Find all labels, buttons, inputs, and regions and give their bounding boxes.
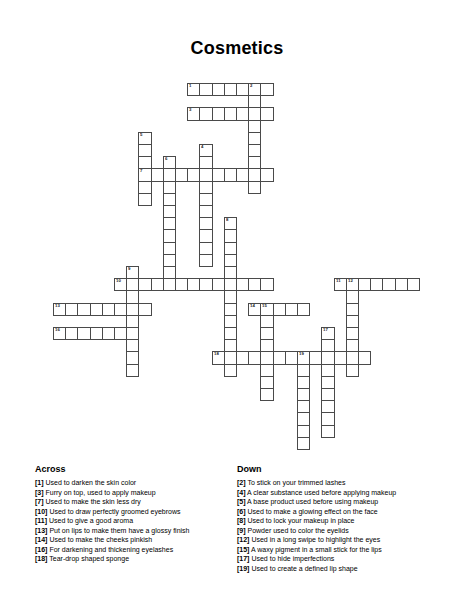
grid-cell-r22c24[interactable] [346,351,359,364]
grid-cell-r8c7[interactable] [138,181,151,194]
clue-across-11: [11] Used to give a good aroma [35,516,240,526]
clue-number: [14] [35,536,47,543]
clue-number: [10] [35,508,47,515]
grid-cell-r0c14[interactable] [224,83,237,96]
cell-number-10: 10 [116,279,121,283]
grid-cell-r7c8[interactable] [151,168,164,181]
grid-cell-r21c14[interactable] [224,339,237,352]
grid-cell-r18c1[interactable] [65,303,78,316]
grid-cell-r20c1[interactable] [65,327,78,340]
grid-cell-r19c14[interactable] [224,315,237,328]
grid-cell-r2c12[interactable] [199,107,212,120]
grid-cell-r18c18[interactable] [273,303,286,316]
grid-cell-r17c14[interactable] [224,290,237,303]
clue-number: [19] [237,565,249,572]
grid-cell-r0c13[interactable] [212,83,225,96]
cell-number-3: 3 [189,108,191,112]
clue-number: [16] [35,546,47,553]
clue-number: [17] [237,555,249,562]
across-clues-list: [1] Used to darken the skin color[3] Fur… [35,478,240,564]
grid-cell-r21c6[interactable] [126,339,139,352]
clue-down-5: [5] A base product used before using mak… [237,497,442,507]
grid-cell-r12c9[interactable] [163,229,176,242]
grid-cell-r18c24[interactable] [346,303,359,316]
clue-number: [11] [35,517,47,524]
grid-cell-r16c14[interactable] [224,278,237,291]
grid-cell-r18c20[interactable] [297,303,310,316]
grid-cell-r24c20[interactable] [297,376,310,389]
grid-cell-r6c9[interactable]: 6 [163,156,176,169]
clue-number: [8] [237,517,246,524]
grid-cell-r19c17[interactable] [260,315,273,328]
grid-cell-r7c14[interactable] [224,168,237,181]
grid-cell-r18c19[interactable] [285,303,298,316]
cell-number-13: 13 [55,304,60,308]
cell-number-6: 6 [165,157,167,161]
cell-number-19: 19 [299,352,304,356]
cell-number-8: 8 [226,218,228,222]
grid-cell-r22c22[interactable] [321,351,334,364]
grid-cell-r9c12[interactable] [199,193,212,206]
grid-cell-r16c26[interactable] [370,278,383,291]
grid-cell-r22c19[interactable] [285,351,298,364]
grid-cell-r28c22[interactable] [321,425,334,438]
cell-number-4: 4 [201,145,203,149]
grid-cell-r18c14[interactable] [224,303,237,316]
grid-cell-r0c12[interactable] [199,83,212,96]
grid-cell-r0c11[interactable]: 1 [187,83,200,96]
clue-across-16: [16] For darkening and thickening eyelas… [35,545,240,555]
grid-cell-r16c8[interactable] [151,278,164,291]
grid-cell-r22c14[interactable] [224,351,237,364]
grid-cell-r0c17[interactable] [260,83,273,96]
grid-cell-r16c27[interactable] [382,278,395,291]
grid-cell-r11c12[interactable] [199,217,212,230]
cell-number-14: 14 [250,304,255,308]
clue-number: [4] [237,489,246,496]
grid-cell-r7c9[interactable] [163,168,176,181]
grid-cell-r18c4[interactable] [102,303,115,316]
grid-cell-r6c7[interactable] [138,156,151,169]
grid-cell-r22c17[interactable] [260,351,273,364]
grid-cell-r13c9[interactable] [163,242,176,255]
grid-cell-r23c22[interactable] [321,364,334,377]
clue-number: [12] [237,536,249,543]
grid-cell-r7c11[interactable] [187,168,200,181]
grid-cell-r6c12[interactable] [199,156,212,169]
puzzle-title: Cosmetics [0,38,474,59]
grid-cell-r16c9[interactable] [163,278,176,291]
grid-cell-r3c16[interactable] [248,120,261,133]
grid-cell-r13c12[interactable] [199,242,212,255]
grid-cell-r2c16[interactable] [248,107,261,120]
grid-cell-r7c17[interactable] [260,168,273,181]
down-clues-header: Down [237,464,442,474]
grid-cell-r2c13[interactable] [212,107,225,120]
grid-cell-r23c6[interactable] [126,364,139,377]
grid-cell-r8c9[interactable] [163,181,176,194]
grid-cell-r22c18[interactable] [273,351,286,364]
grid-cell-r12c12[interactable] [199,229,212,242]
grid-cell-r18c17[interactable]: 15 [260,303,273,316]
grid-cell-r18c6[interactable] [126,303,139,316]
clue-across-1: [1] Used to darken the skin color [35,478,240,488]
cell-number-7: 7 [140,169,142,173]
grid-cell-r17c24[interactable] [346,290,359,303]
grid-cell-r18c7[interactable] [138,303,151,316]
grid-cell-r18c16[interactable]: 14 [248,303,261,316]
grid-cell-r17c6[interactable] [126,290,139,303]
grid-cell-r23c17[interactable] [260,364,273,377]
grid-cell-r8c12[interactable] [199,181,212,194]
grid-cell-r14c9[interactable] [163,254,176,267]
clue-down-9: [9] Powder used to color the eyelids [237,526,442,536]
clue-down-6: [6] Used to make a glowing effect on the… [237,507,442,517]
clue-number: [6] [237,508,246,515]
grid-cell-r22c25[interactable] [358,351,371,364]
cell-number-18: 18 [214,352,219,356]
grid-cell-r2c11[interactable]: 3 [187,107,200,120]
clue-down-4: [4] A clear substance used before applyi… [237,488,442,498]
grid-cell-r21c24[interactable] [346,339,359,352]
grid-cell-r19c24[interactable] [346,315,359,328]
grid-cell-r22c6[interactable] [126,351,139,364]
cell-number-12: 12 [348,279,353,283]
grid-cell-r11c9[interactable] [163,217,176,230]
grid-cell-r22c23[interactable] [334,351,347,364]
grid-cell-r25c17[interactable] [260,388,273,401]
grid-cell-r16c28[interactable] [395,278,408,291]
across-clues-header: Across [35,464,240,474]
down-clues-section: Down [2] To stick on your trimmed lashes… [237,464,442,573]
clue-down-19: [19] Used to create a defined lip shape [237,564,442,574]
clue-across-13: [13] Put on lips to make them have a glo… [35,526,240,536]
grid-cell-r21c17[interactable] [260,339,273,352]
cell-number-5: 5 [140,133,142,137]
across-clues-section: Across [1] Used to darken the skin color… [35,464,240,564]
grid-cell-r16c11[interactable] [187,278,200,291]
clue-down-15: [15] A waxy pigment in a small stick for… [237,545,442,555]
cell-number-11: 11 [336,279,341,283]
grid-cell-r9c9[interactable] [163,193,176,206]
grid-cell-r18c2[interactable] [77,303,90,316]
cell-number-1: 1 [189,84,191,88]
clue-number: [3] [35,489,44,496]
crossword-page: { "game": "crossword", "title": "Cosmeti… [0,0,474,613]
grid-cell-r16c24[interactable]: 12 [346,278,359,291]
grid-cell-r7c16[interactable] [248,168,261,181]
clue-across-7: [7] Used to make the skin less dry [35,497,240,507]
grid-cell-r27c20[interactable] [297,412,310,425]
grid-cell-r18c3[interactable] [90,303,103,316]
grid-cell-r22c21[interactable] [309,351,322,364]
cell-number-16: 16 [55,328,60,332]
grid-cell-r27c22[interactable] [321,412,334,425]
grid-cell-r7c7[interactable]: 7 [138,168,151,181]
clue-number: [5] [237,498,246,505]
clue-number: [2] [237,479,246,486]
clue-down-17: [17] Used to hide imperfections [237,554,442,564]
grid-cell-r14c12[interactable] [199,254,212,267]
grid-cell-r16c12[interactable] [199,278,212,291]
grid-cell-r16c17[interactable] [260,278,273,291]
grid-cell-r29c20[interactable] [297,437,310,450]
grid-cell-r2c17[interactable] [260,107,273,120]
down-clues-list: [2] To stick on your trimmed lashes[4] A… [237,478,442,573]
cell-number-15: 15 [262,304,267,308]
grid-cell-r24c22[interactable] [321,376,334,389]
cell-number-2: 2 [250,84,252,88]
grid-cell-r28c20[interactable] [297,425,310,438]
grid-cell-r23c14[interactable] [224,364,237,377]
grid-cell-r14c14[interactable] [224,254,237,267]
grid-cell-r8c16[interactable] [248,181,261,194]
grid-cell-r20c2[interactable] [77,327,90,340]
grid-cell-r9c7[interactable] [138,193,151,206]
cell-number-17: 17 [323,328,328,332]
clue-number: [1] [35,479,44,486]
grid-cell-r2c14[interactable] [224,107,237,120]
clue-down-2: [2] To stick on your trimmed lashes [237,478,442,488]
grid-cell-r4c7[interactable]: 5 [138,132,151,145]
grid-cell-r20c3[interactable] [90,327,103,340]
crossword-grid: 12354678910111213141516171819 [53,83,421,451]
grid-cell-r16c23[interactable]: 11 [334,278,347,291]
clue-down-12: [12] Used in a long swipe to highlight t… [237,535,442,545]
grid-cell-r21c22[interactable] [321,339,334,352]
grid-cell-r16c16[interactable] [248,278,261,291]
clue-across-10: [10] Used to draw perfectly groomed eyeb… [35,507,240,517]
grid-cell-r16c13[interactable] [212,278,225,291]
grid-cell-r16c7[interactable] [138,278,151,291]
grid-cell-r13c14[interactable] [224,242,237,255]
clue-number: [7] [35,498,44,505]
clue-number: [18] [35,555,47,562]
grid-cell-r24c17[interactable] [260,376,273,389]
grid-cell-r23c24[interactable] [346,364,359,377]
cell-number-9: 9 [128,267,130,271]
clue-across-14: [14] Used to make the cheeks pinkish [35,535,240,545]
grid-cell-r23c20[interactable] [297,364,310,377]
grid-cell-r11c14[interactable]: 8 [224,217,237,230]
grid-cell-r12c14[interactable] [224,229,237,242]
grid-cell-r22c13[interactable]: 18 [212,351,225,364]
grid-cell-r26c20[interactable] [297,400,310,413]
clue-across-18: [18] Tear-drop shaped sponge [35,554,240,564]
clue-down-8: [8] Used to lock your makeup in place [237,516,442,526]
clue-number: [13] [35,527,47,534]
grid-cell-r7c13[interactable] [212,168,225,181]
grid-cell-r19c6[interactable] [126,315,139,328]
grid-cell-r1c16[interactable] [248,95,261,108]
grid-cell-r16c29[interactable] [407,278,420,291]
grid-cell-r4c16[interactable] [248,132,261,145]
grid-cell-r7c12[interactable] [199,168,212,181]
grid-cell-r20c4[interactable] [102,327,115,340]
grid-cell-r26c22[interactable] [321,400,334,413]
clue-across-3: [3] Furry on top, used to apply makeup [35,488,240,498]
clue-number: [9] [237,527,246,534]
grid-cell-r16c6[interactable] [126,278,139,291]
clue-number: [15] [237,546,249,553]
grid-cell-r22c16[interactable] [248,351,261,364]
grid-cell-r6c16[interactable] [248,156,261,169]
